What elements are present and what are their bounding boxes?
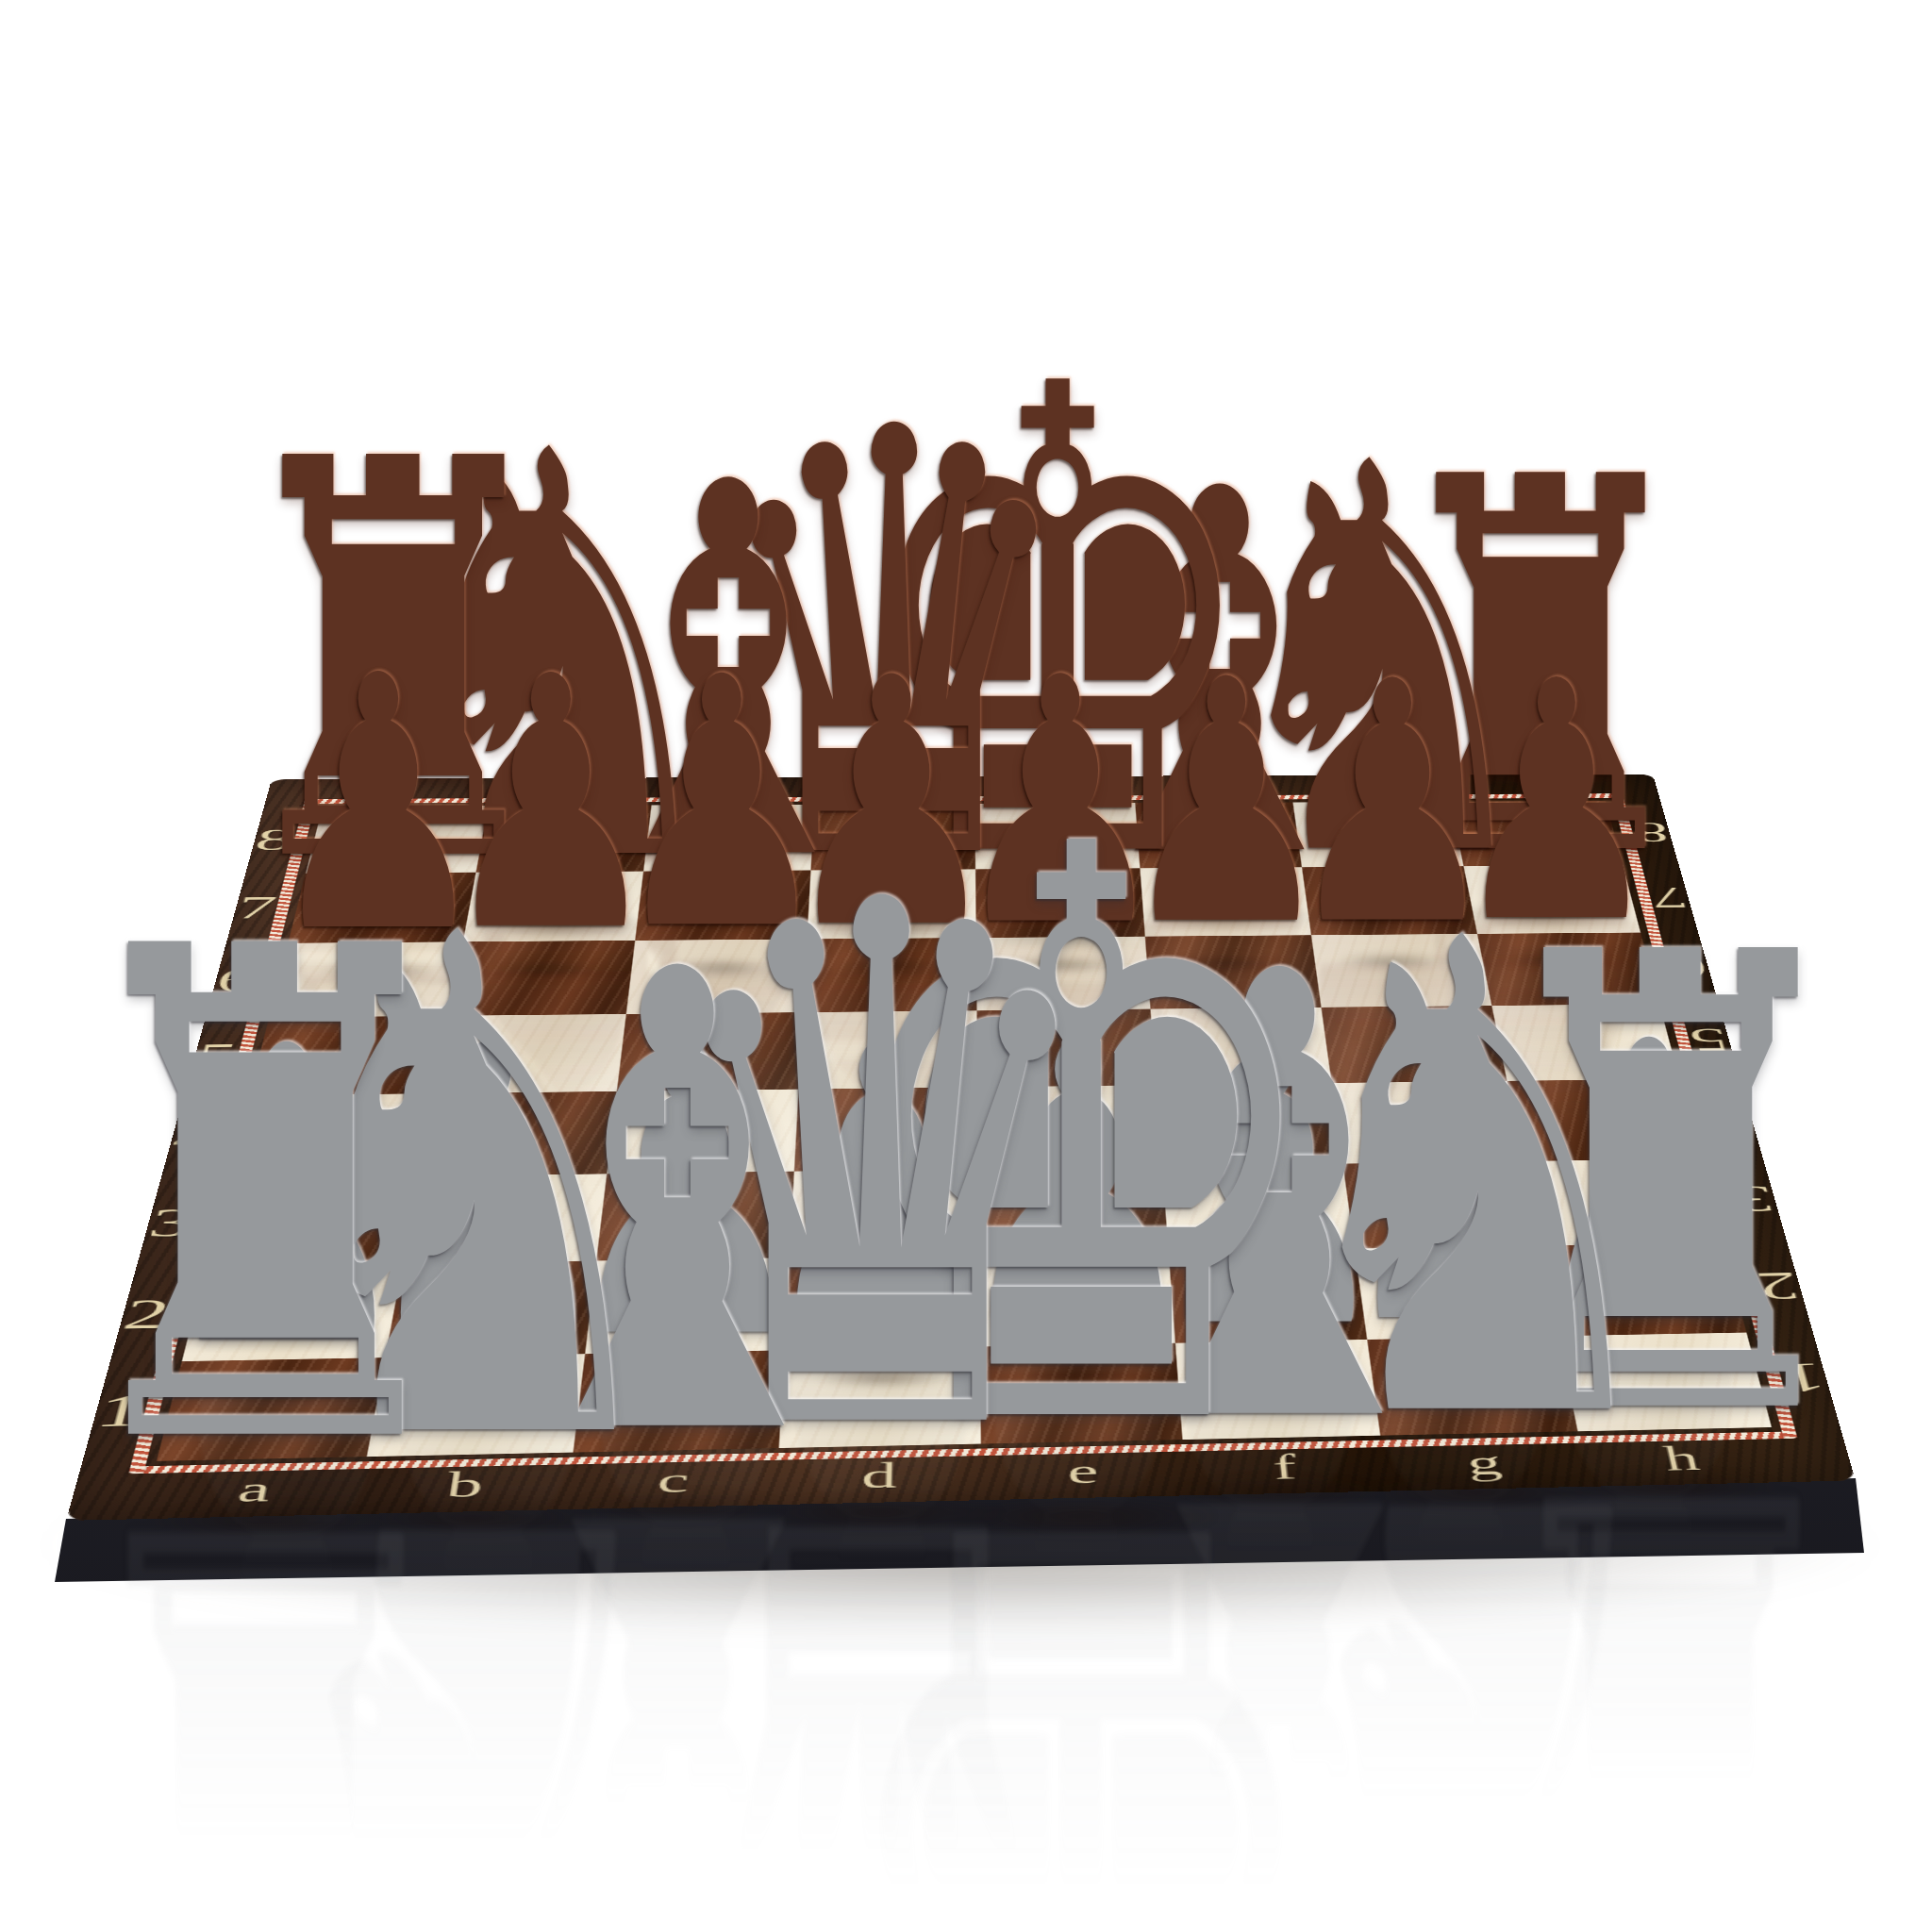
- pieces-layer: ♜♜♞♞♝♝♛♛♚♚♝♝♞♞♜♜♟♟♟♟♟♟♟♟♟♟♟♟♟♟♟♟♟♟♟♟♟♟♟♟…: [0, 0, 1932, 1932]
- piece-silver-rook-a1[interactable]: ♜♜: [47, 862, 483, 1537]
- silver-rook-icon: ♜: [47, 862, 483, 1537]
- scene: abcdefgh8877665544332211 ♜♜♞♞♝♝♛♛♚♚♝♝♞♞♜…: [0, 0, 1932, 1932]
